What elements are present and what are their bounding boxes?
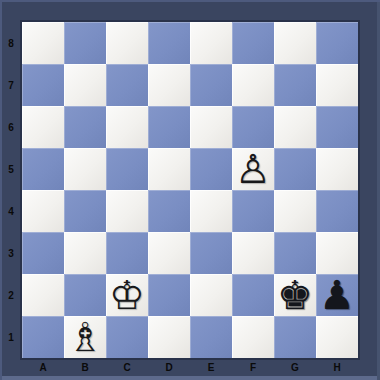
square-f2[interactable] (232, 274, 274, 316)
square-b5[interactable] (64, 148, 106, 190)
square-d1[interactable] (148, 316, 190, 358)
square-d5[interactable] (148, 148, 190, 190)
white-pawn: ♙ (235, 148, 271, 190)
square-c7[interactable] (106, 64, 148, 106)
square-d7[interactable] (148, 64, 190, 106)
rank-label-6: 6 (0, 106, 22, 148)
square-b6[interactable] (64, 106, 106, 148)
square-f3[interactable] (232, 232, 274, 274)
square-f1[interactable] (232, 316, 274, 358)
square-h6[interactable] (316, 106, 358, 148)
square-c4[interactable] (106, 190, 148, 232)
square-e6[interactable] (190, 106, 232, 148)
chess-board: ♙♔♚♟♗ (22, 22, 358, 358)
square-g8[interactable] (274, 22, 316, 64)
board-frame: 87654321 ♙♔♚♟♗ ABCDEFGH (0, 0, 380, 380)
square-f5[interactable]: ♙ (232, 148, 274, 190)
square-g4[interactable] (274, 190, 316, 232)
square-h2[interactable]: ♟ (316, 274, 358, 316)
square-a5[interactable] (22, 148, 64, 190)
square-c3[interactable] (106, 232, 148, 274)
square-a7[interactable] (22, 64, 64, 106)
rank-label-5: 5 (0, 148, 22, 190)
square-d2[interactable] (148, 274, 190, 316)
file-label-b: B (64, 358, 106, 376)
square-c1[interactable] (106, 316, 148, 358)
square-b2[interactable] (64, 274, 106, 316)
black-king: ♚ (277, 274, 313, 316)
square-e2[interactable] (190, 274, 232, 316)
square-f8[interactable] (232, 22, 274, 64)
square-b3[interactable] (64, 232, 106, 274)
square-e7[interactable] (190, 64, 232, 106)
file-label-e: E (190, 358, 232, 376)
square-f7[interactable] (232, 64, 274, 106)
square-e5[interactable] (190, 148, 232, 190)
square-d8[interactable] (148, 22, 190, 64)
black-pawn: ♟ (319, 274, 355, 316)
square-g7[interactable] (274, 64, 316, 106)
square-h4[interactable] (316, 190, 358, 232)
square-g6[interactable] (274, 106, 316, 148)
square-h8[interactable] (316, 22, 358, 64)
rank-label-7: 7 (0, 64, 22, 106)
rank-label-8: 8 (0, 22, 22, 64)
file-label-h: H (316, 358, 358, 376)
square-b7[interactable] (64, 64, 106, 106)
square-b4[interactable] (64, 190, 106, 232)
square-b1[interactable]: ♗ (64, 316, 106, 358)
rank-label-1: 1 (0, 316, 22, 358)
square-c5[interactable] (106, 148, 148, 190)
square-g2[interactable]: ♚ (274, 274, 316, 316)
file-labels: ABCDEFGH (22, 358, 358, 376)
square-a6[interactable] (22, 106, 64, 148)
rank-label-3: 3 (0, 232, 22, 274)
square-h3[interactable] (316, 232, 358, 274)
square-h7[interactable] (316, 64, 358, 106)
square-d4[interactable] (148, 190, 190, 232)
square-a3[interactable] (22, 232, 64, 274)
square-h1[interactable] (316, 316, 358, 358)
file-label-d: D (148, 358, 190, 376)
square-e3[interactable] (190, 232, 232, 274)
rank-labels: 87654321 (0, 22, 22, 358)
square-f6[interactable] (232, 106, 274, 148)
white-king: ♔ (109, 274, 145, 316)
square-c6[interactable] (106, 106, 148, 148)
square-g1[interactable] (274, 316, 316, 358)
square-c2[interactable]: ♔ (106, 274, 148, 316)
square-e4[interactable] (190, 190, 232, 232)
square-d3[interactable] (148, 232, 190, 274)
square-a2[interactable] (22, 274, 64, 316)
square-c8[interactable] (106, 22, 148, 64)
square-a8[interactable] (22, 22, 64, 64)
square-a1[interactable] (22, 316, 64, 358)
square-e1[interactable] (190, 316, 232, 358)
square-f4[interactable] (232, 190, 274, 232)
square-g5[interactable] (274, 148, 316, 190)
square-e8[interactable] (190, 22, 232, 64)
square-h5[interactable] (316, 148, 358, 190)
rank-label-4: 4 (0, 190, 22, 232)
file-label-a: A (22, 358, 64, 376)
square-d6[interactable] (148, 106, 190, 148)
square-b8[interactable] (64, 22, 106, 64)
file-label-f: F (232, 358, 274, 376)
square-g3[interactable] (274, 232, 316, 274)
square-a4[interactable] (22, 190, 64, 232)
white-bishop: ♗ (67, 316, 103, 358)
file-label-g: G (274, 358, 316, 376)
rank-label-2: 2 (0, 274, 22, 316)
file-label-c: C (106, 358, 148, 376)
